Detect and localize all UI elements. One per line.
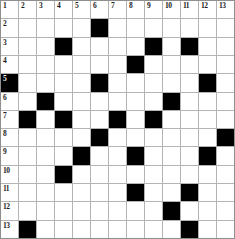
white-cell-r5c2[interactable] (19, 74, 36, 91)
white-cell-r12c2[interactable] (19, 202, 36, 219)
cell-number-label: 2 (21, 2, 24, 10)
white-cell-r4c9[interactable] (145, 56, 162, 73)
white-cell-r2c5[interactable] (73, 19, 90, 36)
white-cell-r2c11[interactable] (181, 19, 198, 36)
white-cell-r1c5[interactable]: 5 (73, 1, 90, 18)
white-cell-r9c10[interactable] (163, 147, 180, 164)
crossword-grid: 123456789101112132345678910111213 (0, 0, 235, 239)
black-cell-r12c10 (163, 202, 180, 219)
white-cell-r13c12[interactable] (199, 221, 216, 238)
white-cell-r6c2[interactable] (19, 93, 36, 110)
cell-number-label: 13 (3, 222, 10, 230)
white-cell-r5c8[interactable] (127, 74, 144, 91)
cell-number-label: 6 (93, 2, 96, 10)
white-cell-r11c6[interactable] (91, 184, 108, 201)
cell-number-label: 3 (3, 39, 6, 47)
white-cell-r1c1[interactable]: 1 (1, 1, 18, 18)
black-cell-r8c13 (217, 129, 234, 146)
white-cell-r4c10[interactable] (163, 56, 180, 73)
white-cell-r12c9[interactable] (145, 202, 162, 219)
white-cell-r9c4[interactable] (55, 147, 72, 164)
white-cell-r13c10[interactable] (163, 221, 180, 238)
white-cell-r11c2[interactable] (19, 184, 36, 201)
white-cell-r8c1[interactable]: 8 (1, 129, 18, 146)
white-cell-r4c7[interactable] (109, 56, 126, 73)
white-cell-r7c11[interactable] (181, 111, 198, 128)
cell-number-label: 8 (129, 2, 132, 10)
white-cell-r10c2[interactable] (19, 166, 36, 183)
white-cell-r8c2[interactable] (19, 129, 36, 146)
white-cell-r10c9[interactable] (145, 166, 162, 183)
white-cell-r2c9[interactable] (145, 19, 162, 36)
white-cell-r11c9[interactable] (145, 184, 162, 201)
white-cell-r10c1[interactable]: 10 (1, 166, 18, 183)
white-cell-r2c12[interactable] (199, 19, 216, 36)
white-cell-r11c5[interactable] (73, 184, 90, 201)
black-cell-r6c3 (37, 93, 54, 110)
white-cell-r6c4[interactable] (55, 93, 72, 110)
white-cell-r5c4[interactable] (55, 74, 72, 91)
black-cell-r10c4 (55, 166, 72, 183)
white-cell-r1c12[interactable]: 12 (199, 1, 216, 18)
black-cell-r4c8 (127, 56, 144, 73)
white-cell-r3c8[interactable] (127, 38, 144, 55)
white-cell-r7c12[interactable] (199, 111, 216, 128)
white-cell-r12c5[interactable] (73, 202, 90, 219)
white-cell-r8c11[interactable] (181, 129, 198, 146)
black-cell-r8c6 (91, 129, 108, 146)
black-cell-r13c2 (19, 221, 36, 238)
white-cell-r13c13[interactable] (217, 221, 234, 238)
white-cell-r13c8[interactable] (127, 221, 144, 238)
black-cell-r6c10 (163, 93, 180, 110)
white-cell-r3c3[interactable] (37, 38, 54, 55)
white-cell-r7c1[interactable]: 7 (1, 111, 18, 128)
white-cell-r6c9[interactable] (145, 93, 162, 110)
white-cell-r13c6[interactable] (91, 221, 108, 238)
white-cell-r13c9[interactable] (145, 221, 162, 238)
white-cell-r10c10[interactable] (163, 166, 180, 183)
white-cell-r13c5[interactable] (73, 221, 90, 238)
white-cell-r11c10[interactable] (163, 184, 180, 201)
black-cell-r11c11 (181, 184, 198, 201)
black-cell-r3c11 (181, 38, 198, 55)
white-cell-r2c7[interactable] (109, 19, 126, 36)
white-cell-r8c4[interactable] (55, 129, 72, 146)
white-cell-r6c12[interactable] (199, 93, 216, 110)
cell-number-label: 7 (3, 112, 6, 120)
white-cell-r10c7[interactable] (109, 166, 126, 183)
white-cell-r9c2[interactable] (19, 147, 36, 164)
white-cell-r6c13[interactable] (217, 93, 234, 110)
cell-number-label: 6 (3, 94, 6, 102)
white-cell-r1c8[interactable]: 8 (127, 1, 144, 18)
cell-number-label: 5 (75, 2, 78, 10)
cell-number-label: 4 (3, 57, 6, 65)
white-cell-r9c11[interactable] (181, 147, 198, 164)
cell-number-label: 8 (3, 130, 6, 138)
black-cell-r7c9 (145, 111, 162, 128)
white-cell-r1c4[interactable]: 4 (55, 1, 72, 18)
black-cell-r13c11 (181, 221, 198, 238)
white-cell-r11c12[interactable] (199, 184, 216, 201)
white-cell-r4c3[interactable] (37, 56, 54, 73)
cell-number-label: 12 (3, 203, 10, 211)
white-cell-r3c10[interactable] (163, 38, 180, 55)
white-cell-r5c9[interactable] (145, 74, 162, 91)
white-cell-r7c8[interactable] (127, 111, 144, 128)
white-cell-r4c12[interactable] (199, 56, 216, 73)
white-cell-r12c11[interactable] (181, 202, 198, 219)
white-cell-r1c13[interactable]: 13 (217, 1, 234, 18)
white-cell-r13c7[interactable] (109, 221, 126, 238)
white-cell-r13c4[interactable] (55, 221, 72, 238)
white-cell-r3c5[interactable] (73, 38, 90, 55)
white-cell-r9c13[interactable] (217, 147, 234, 164)
white-cell-r8c7[interactable] (109, 129, 126, 146)
white-cell-r8c12[interactable] (199, 129, 216, 146)
white-cell-r1c3[interactable]: 3 (37, 1, 54, 18)
white-cell-r4c4[interactable] (55, 56, 72, 73)
white-cell-r11c3[interactable] (37, 184, 54, 201)
white-cell-r1c11[interactable]: 11 (181, 1, 198, 18)
white-cell-r2c4[interactable] (55, 19, 72, 36)
white-cell-r5c7[interactable] (109, 74, 126, 91)
black-cell-r3c4 (55, 38, 72, 55)
white-cell-r4c13[interactable] (217, 56, 234, 73)
white-cell-r6c1[interactable]: 6 (1, 93, 18, 110)
white-cell-r10c3[interactable] (37, 166, 54, 183)
white-cell-r3c7[interactable] (109, 38, 126, 55)
cell-number-label: 11 (3, 185, 9, 193)
white-cell-r8c3[interactable] (37, 129, 54, 146)
white-cell-r10c12[interactable] (199, 166, 216, 183)
cell-number-label: 13 (219, 2, 226, 10)
white-cell-r3c13[interactable] (217, 38, 234, 55)
black-cell-r9c12 (199, 147, 216, 164)
white-cell-r7c5[interactable] (73, 111, 90, 128)
white-cell-r10c8[interactable] (127, 166, 144, 183)
white-cell-r5c10[interactable] (163, 74, 180, 91)
black-cell-r7c4 (55, 111, 72, 128)
white-cell-r9c9[interactable] (145, 147, 162, 164)
cell-number-label: 9 (147, 2, 150, 10)
white-cell-r9c3[interactable] (37, 147, 54, 164)
white-cell-r1c6[interactable]: 6 (91, 1, 108, 18)
black-cell-r2c6 (91, 19, 108, 36)
white-cell-r10c13[interactable] (217, 166, 234, 183)
white-cell-r6c11[interactable] (181, 93, 198, 110)
white-cell-r7c13[interactable] (217, 111, 234, 128)
white-cell-r12c4[interactable] (55, 202, 72, 219)
white-cell-r3c12[interactable] (199, 38, 216, 55)
white-cell-r9c6[interactable] (91, 147, 108, 164)
white-cell-r13c1[interactable]: 13 (1, 221, 18, 238)
white-cell-r6c5[interactable] (73, 93, 90, 110)
white-cell-r4c11[interactable] (181, 56, 198, 73)
cell-number-label: 10 (3, 167, 10, 175)
white-cell-r6c6[interactable] (91, 93, 108, 110)
white-cell-r3c2[interactable] (19, 38, 36, 55)
white-cell-r8c10[interactable] (163, 129, 180, 146)
white-cell-r3c6[interactable] (91, 38, 108, 55)
white-cell-r7c6[interactable] (91, 111, 108, 128)
white-cell-r10c11[interactable] (181, 166, 198, 183)
white-cell-r12c3[interactable] (37, 202, 54, 219)
white-cell-r11c1[interactable]: 11 (1, 184, 18, 201)
black-cell-r7c2 (19, 111, 36, 128)
cell-number-label: 4 (57, 2, 60, 10)
white-cell-r2c1[interactable]: 2 (1, 19, 18, 36)
cell-number-label: 7 (111, 2, 114, 10)
white-cell-r7c10[interactable] (163, 111, 180, 128)
black-cell-r9c5 (73, 147, 90, 164)
white-cell-r1c9[interactable]: 9 (145, 1, 162, 18)
white-cell-r12c1[interactable]: 12 (1, 202, 18, 219)
white-cell-r6c8[interactable] (127, 93, 144, 110)
white-cell-r11c4[interactable] (55, 184, 72, 201)
cell-number-label: 10 (165, 2, 172, 10)
cell-number-label: 9 (3, 148, 6, 156)
white-cell-r2c13[interactable] (217, 19, 234, 36)
black-cell-r5c6 (91, 74, 108, 91)
white-cell-r10c5[interactable] (73, 166, 90, 183)
black-cell-r5c12 (199, 74, 216, 91)
white-cell-r1c2[interactable]: 2 (19, 1, 36, 18)
cell-number-label: 2 (3, 20, 6, 28)
white-cell-r12c13[interactable] (217, 202, 234, 219)
black-cell-r9c8 (127, 147, 144, 164)
white-cell-r7c3[interactable] (37, 111, 54, 128)
white-cell-r4c2[interactable] (19, 56, 36, 73)
white-cell-r8c5[interactable] (73, 129, 90, 146)
white-cell-r4c6[interactable] (91, 56, 108, 73)
white-cell-r12c7[interactable] (109, 202, 126, 219)
white-cell-r11c13[interactable] (217, 184, 234, 201)
black-cell-r7c7 (109, 111, 126, 128)
white-cell-r13c3[interactable] (37, 221, 54, 238)
black-cell-r5c1: 5 (1, 74, 18, 91)
white-cell-r12c8[interactable] (127, 202, 144, 219)
white-cell-r2c10[interactable] (163, 19, 180, 36)
white-cell-r6c7[interactable] (109, 93, 126, 110)
white-cell-r10c6[interactable] (91, 166, 108, 183)
white-cell-r5c3[interactable] (37, 74, 54, 91)
white-cell-r5c11[interactable] (181, 74, 198, 91)
white-cell-r2c8[interactable] (127, 19, 144, 36)
white-cell-r2c2[interactable] (19, 19, 36, 36)
cell-number-label: 12 (201, 2, 208, 10)
white-cell-r5c5[interactable] (73, 74, 90, 91)
white-cell-r1c7[interactable]: 7 (109, 1, 126, 18)
white-cell-r12c6[interactable] (91, 202, 108, 219)
white-cell-r4c1[interactable]: 4 (1, 56, 18, 73)
white-cell-r9c1[interactable]: 9 (1, 147, 18, 164)
cell-number-label: 11 (183, 2, 189, 10)
white-cell-r1c10[interactable]: 10 (163, 1, 180, 18)
white-cell-r11c7[interactable] (109, 184, 126, 201)
white-cell-r5c13[interactable] (217, 74, 234, 91)
white-cell-r2c3[interactable] (37, 19, 54, 36)
white-cell-r3c1[interactable]: 3 (1, 38, 18, 55)
white-cell-r8c9[interactable] (145, 129, 162, 146)
black-cell-r3c9 (145, 38, 162, 55)
white-cell-r9c7[interactable] (109, 147, 126, 164)
cell-number-label: 3 (39, 2, 42, 10)
cell-number-label: 1 (3, 2, 6, 10)
cell-number-label: 5 (3, 75, 6, 83)
white-cell-r4c5[interactable] (73, 56, 90, 73)
black-cell-r11c8 (127, 184, 144, 201)
white-cell-r8c8[interactable] (127, 129, 144, 146)
white-cell-r12c12[interactable] (199, 202, 216, 219)
